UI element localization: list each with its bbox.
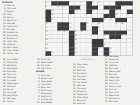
clue-text: Bird abode: [41, 100, 52, 103]
crossword-grid[interactable]: 1234567891011121314151617181920212223242…: [45, 1, 133, 56]
clue-column-bottom-1: 35.Lyric poem37.Small bite38.Wise bird40…: [2, 58, 34, 104]
cell-number: 34: [63, 30, 65, 32]
clue-text: Vast sea: [77, 102, 86, 104]
cell-number: 15: [52, 14, 54, 16]
cell-number: 31: [98, 26, 100, 28]
cell-number: 29: [46, 26, 48, 28]
newspaper-page: ACROSS1.Wet dirt5.Tar's yes9.Egg on12.Lo…: [0, 0, 140, 105]
crossword-page: { "game": "crossword", "position": ".###…: [0, 0, 140, 105]
cell-number: 22: [110, 18, 112, 20]
cell-number: 10: [121, 5, 123, 7]
clue-number: 61.: [2, 100, 6, 103]
cell-number: 42: [75, 39, 77, 41]
cell-number: 16: [69, 14, 71, 16]
clue-column-across-top: ACROSS1.Wet dirt5.Tar's yes9.Egg on12.Lo…: [2, 1, 44, 56]
cell-number: 3: [81, 1, 82, 3]
cell-number: 17: [86, 14, 88, 16]
cell-number: 11: [52, 10, 54, 12]
cell-number: 44: [110, 39, 112, 41]
cell-number: 33: [57, 30, 59, 32]
cell-number: 24: [69, 22, 71, 24]
cell-number: 55: [110, 51, 112, 53]
clue-line: 43.Vast sea: [72, 102, 103, 104]
cell-number: 8: [57, 5, 58, 7]
clue-line: 10.Bird abode: [36, 100, 68, 103]
cell-number: 37: [46, 35, 48, 37]
cell-number: 32: [46, 30, 48, 32]
cell-number: 38: [75, 35, 77, 37]
cell-number: 6: [46, 5, 47, 7]
cell-number: 14: [115, 10, 117, 12]
cell-number: 43: [104, 39, 106, 41]
clue-column-bottom-4: 45.Neckwear47.Lease out49.Army cot51.Gol…: [104, 55, 135, 104]
cell-number: 50: [75, 47, 77, 49]
cell-number: 7: [52, 5, 53, 7]
clue-number: 10.: [36, 100, 40, 103]
cell-number: 4: [92, 1, 93, 3]
cell-number: 53: [52, 51, 54, 53]
cell-number: 48: [104, 43, 106, 45]
cell-number: 45: [115, 39, 117, 41]
cell-number: 28: [121, 22, 123, 24]
cell-number: 27: [115, 22, 117, 24]
clue-text: Go by auto: [7, 52, 18, 55]
cell-number: 52: [110, 47, 112, 49]
cell-number: 30: [69, 26, 71, 28]
cell-number: 18: [115, 14, 117, 16]
cell-number: 20: [52, 18, 54, 20]
cell-number: 51: [98, 47, 100, 49]
cell-number: 2: [69, 1, 70, 3]
clue-number: 72.: [104, 100, 108, 103]
clue-line: 33.Go by auto: [2, 52, 44, 55]
clue-text: Sunup: [7, 100, 14, 103]
cell-number: 26: [98, 22, 100, 24]
cell-number: 46: [46, 43, 48, 45]
cell-number: 19: [127, 14, 129, 16]
cell-number: 54: [75, 51, 77, 53]
cell-number: 49: [46, 47, 48, 49]
clue-text: Sky color: [109, 100, 118, 103]
cell-number: 5: [98, 1, 99, 3]
cell-number: 21: [104, 18, 106, 20]
cell-number: 23: [46, 22, 48, 24]
cell-number: 36: [81, 30, 83, 32]
cell-number: 39: [104, 35, 106, 37]
clue-column-bottom-3: 11.Cozy room19.Tiny bit21.Ball club23.Su…: [72, 63, 103, 104]
clue-column-bottom-2: 62.Dine late63.Mend socks64.Pig's pen65.…: [36, 58, 68, 104]
cell-number: 35: [75, 30, 77, 32]
clue-line: 72.Sky color: [104, 100, 135, 103]
cell-number: 12: [75, 10, 77, 12]
cell-number: 47: [75, 43, 77, 45]
cell-number: 9: [63, 5, 64, 7]
clue-number: 43.: [72, 102, 76, 104]
cell-number: 41: [46, 39, 48, 41]
cell-number: 13: [92, 10, 94, 12]
cell-number: 25: [86, 22, 88, 24]
cell-number: 40: [121, 35, 123, 37]
clue-line: 61.Sunup: [2, 100, 34, 103]
clue-number: 33.: [2, 52, 6, 55]
cell-number: 1: [46, 1, 47, 3]
